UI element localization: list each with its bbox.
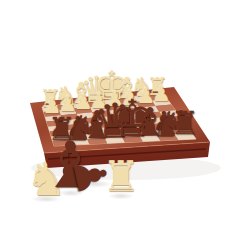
black-rook: ♜ [171, 108, 200, 140]
chess-set-product-photo: ♜♞♝♛♚♝♞♜♟♟♟♟♟♟♟♟♟♟♟♟♟♟♟♟♜♞♝♛♚♝♞♜♞♝♟♜ [0, 0, 240, 240]
white-rook: ♜ [102, 156, 140, 198]
pieces-layer: ♜♞♝♛♚♝♞♜♟♟♟♟♟♟♟♟♟♟♟♟♟♟♟♟♜♞♝♛♚♝♞♜♞♝♟♜ [0, 0, 240, 240]
